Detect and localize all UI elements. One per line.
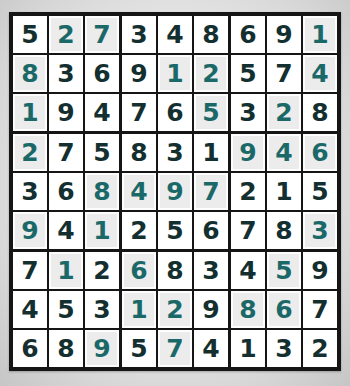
cell-r6c4[interactable]: 2 xyxy=(122,212,156,249)
cell-r9c1[interactable]: 6 xyxy=(13,330,47,367)
cell-r9c6[interactable]: 4 xyxy=(194,330,228,367)
cell-r2c5[interactable]: 1 xyxy=(158,55,192,92)
cell-r9c5[interactable]: 7 xyxy=(158,330,192,367)
cell-r6c5[interactable]: 5 xyxy=(158,212,192,249)
cell-r9c7[interactable]: 1 xyxy=(231,330,265,367)
cell-r5c2[interactable]: 6 xyxy=(49,173,83,210)
cell-r1c8[interactable]: 9 xyxy=(267,16,301,53)
cell-r8c6[interactable]: 9 xyxy=(194,291,228,328)
cell-r3c7[interactable]: 3 xyxy=(231,94,265,131)
cell-r4c6[interactable]: 1 xyxy=(194,134,228,171)
cell-r5c3[interactable]: 8 xyxy=(85,173,119,210)
cell-r2c8[interactable]: 7 xyxy=(267,55,301,92)
cell-r6c2[interactable]: 4 xyxy=(49,212,83,249)
cell-r6c8[interactable]: 8 xyxy=(267,212,301,249)
cell-r9c8[interactable]: 3 xyxy=(267,330,301,367)
cell-r5c4[interactable]: 4 xyxy=(122,173,156,210)
box-1: 527836194 xyxy=(13,16,119,131)
cell-r2c3[interactable]: 6 xyxy=(85,55,119,92)
cell-r7c7[interactable]: 4 xyxy=(231,252,265,289)
cell-r7c1[interactable]: 7 xyxy=(13,252,47,289)
cell-r7c5[interactable]: 8 xyxy=(158,252,192,289)
cell-r3c8[interactable]: 2 xyxy=(267,94,301,131)
cell-r2c4[interactable]: 9 xyxy=(122,55,156,92)
cell-r3c3[interactable]: 4 xyxy=(85,94,119,131)
cell-r8c4[interactable]: 1 xyxy=(122,291,156,328)
cell-r6c7[interactable]: 7 xyxy=(231,212,265,249)
cell-r2c9[interactable]: 4 xyxy=(303,55,337,92)
cell-r1c6[interactable]: 8 xyxy=(194,16,228,53)
cell-r3c1[interactable]: 1 xyxy=(13,94,47,131)
cell-r6c9[interactable]: 3 xyxy=(303,212,337,249)
cell-r3c9[interactable]: 8 xyxy=(303,94,337,131)
cell-r6c1[interactable]: 9 xyxy=(13,212,47,249)
cell-r8c3[interactable]: 3 xyxy=(85,291,119,328)
cell-r7c2[interactable]: 1 xyxy=(49,252,83,289)
cell-r2c2[interactable]: 3 xyxy=(49,55,83,92)
cell-r8c2[interactable]: 5 xyxy=(49,291,83,328)
cell-r5c9[interactable]: 5 xyxy=(303,173,337,210)
cell-r3c6[interactable]: 5 xyxy=(194,94,228,131)
box-9: 459867132 xyxy=(231,252,337,367)
box-2: 348912765 xyxy=(122,16,228,131)
cell-r1c2[interactable]: 2 xyxy=(49,16,83,53)
cell-r1c7[interactable]: 6 xyxy=(231,16,265,53)
cell-r4c1[interactable]: 2 xyxy=(13,134,47,171)
cell-r4c2[interactable]: 7 xyxy=(49,134,83,171)
cell-r1c1[interactable]: 5 xyxy=(13,16,47,53)
box-4: 275368941 xyxy=(13,134,119,249)
cell-r9c3[interactable]: 9 xyxy=(85,330,119,367)
cell-r1c4[interactable]: 3 xyxy=(122,16,156,53)
cell-r9c9[interactable]: 2 xyxy=(303,330,337,367)
cell-r9c4[interactable]: 5 xyxy=(122,330,156,367)
cell-r7c4[interactable]: 6 xyxy=(122,252,156,289)
cell-r8c9[interactable]: 7 xyxy=(303,291,337,328)
sudoku-board: 5278361943489127656915743282753689418314… xyxy=(9,12,341,371)
cell-r4c4[interactable]: 8 xyxy=(122,134,156,171)
box-3: 691574328 xyxy=(231,16,337,131)
cell-r3c4[interactable]: 7 xyxy=(122,94,156,131)
cell-r1c3[interactable]: 7 xyxy=(85,16,119,53)
cell-r5c5[interactable]: 9 xyxy=(158,173,192,210)
cell-r4c7[interactable]: 9 xyxy=(231,134,265,171)
cell-r2c1[interactable]: 8 xyxy=(13,55,47,92)
cell-r1c9[interactable]: 1 xyxy=(303,16,337,53)
box-8: 683129574 xyxy=(122,252,228,367)
cell-r9c2[interactable]: 8 xyxy=(49,330,83,367)
cell-r5c6[interactable]: 7 xyxy=(194,173,228,210)
cell-r5c8[interactable]: 1 xyxy=(267,173,301,210)
cell-r7c8[interactable]: 5 xyxy=(267,252,301,289)
box-7: 712453689 xyxy=(13,252,119,367)
cell-r5c1[interactable]: 3 xyxy=(13,173,47,210)
cell-r3c5[interactable]: 6 xyxy=(158,94,192,131)
cell-r7c9[interactable]: 9 xyxy=(303,252,337,289)
cell-r7c6[interactable]: 3 xyxy=(194,252,228,289)
cell-r4c3[interactable]: 5 xyxy=(85,134,119,171)
page-background: 5278361943489127656915743282753689418314… xyxy=(0,0,350,386)
cell-r7c3[interactable]: 2 xyxy=(85,252,119,289)
box-5: 831497256 xyxy=(122,134,228,249)
cell-r8c1[interactable]: 4 xyxy=(13,291,47,328)
box-6: 946215783 xyxy=(231,134,337,249)
cell-r8c7[interactable]: 8 xyxy=(231,291,265,328)
cell-r8c8[interactable]: 6 xyxy=(267,291,301,328)
cell-r4c8[interactable]: 4 xyxy=(267,134,301,171)
cell-r3c2[interactable]: 9 xyxy=(49,94,83,131)
cell-r8c5[interactable]: 2 xyxy=(158,291,192,328)
cell-r1c5[interactable]: 4 xyxy=(158,16,192,53)
cell-r5c7[interactable]: 2 xyxy=(231,173,265,210)
cell-r2c7[interactable]: 5 xyxy=(231,55,265,92)
cell-r4c5[interactable]: 3 xyxy=(158,134,192,171)
cell-r4c9[interactable]: 6 xyxy=(303,134,337,171)
cell-r6c3[interactable]: 1 xyxy=(85,212,119,249)
cell-r2c6[interactable]: 2 xyxy=(194,55,228,92)
cell-r6c6[interactable]: 6 xyxy=(194,212,228,249)
